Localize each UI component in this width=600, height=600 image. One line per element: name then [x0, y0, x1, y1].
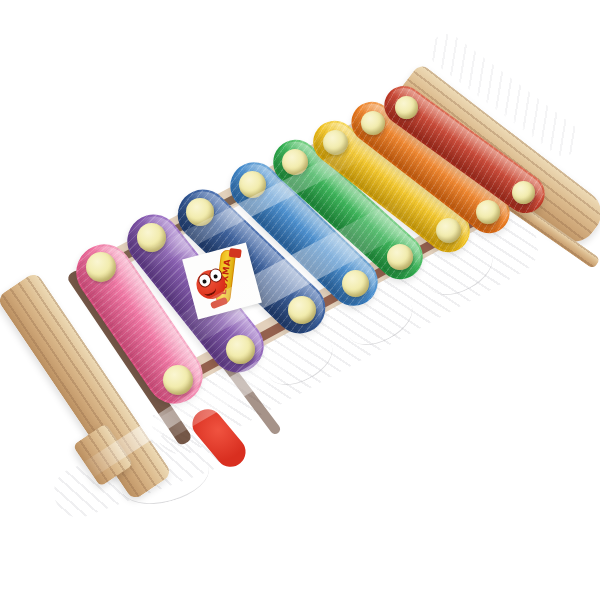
product-photo-toy-xylophone: LUXMA — [0, 0, 600, 600]
bar-knob-purple-bottom — [226, 335, 255, 364]
brand-ribbon-tab — [229, 248, 242, 258]
bar-knob-light-blue-top — [239, 171, 266, 198]
mascot-left-pupil — [202, 279, 207, 284]
bar-knob-red-top — [395, 96, 418, 119]
bar-knob-yellow-top — [323, 130, 348, 155]
bar-knob-light-blue-bottom — [342, 270, 369, 297]
bar-knob-green-bottom — [387, 244, 413, 270]
bar-knob-green-top — [282, 149, 308, 175]
bar-knob-yellow-bottom — [436, 218, 461, 243]
bar-knob-orange-top — [361, 111, 385, 135]
red-mallet-head — [186, 403, 251, 473]
mascot-right-pupil — [213, 274, 218, 279]
bar-knob-pink-bottom — [163, 365, 193, 395]
bar-knob-pink-top — [86, 252, 116, 282]
bar-knob-dark-blue-bottom — [288, 296, 316, 324]
bar-knob-dark-blue-top — [186, 198, 214, 226]
bar-knob-orange-bottom — [476, 200, 500, 224]
bar-knob-red-bottom — [512, 181, 535, 204]
bar-knob-purple-top — [137, 223, 166, 252]
